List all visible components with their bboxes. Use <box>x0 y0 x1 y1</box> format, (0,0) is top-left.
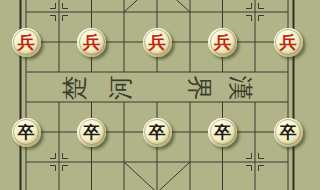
piece-character: 卒 <box>214 124 231 141</box>
piece-character: 兵 <box>149 34 166 51</box>
piece-red-soldier[interactable]: 兵 <box>12 28 41 57</box>
xiangqi-board: 楚 河 界 漢 兵兵兵兵兵卒卒卒卒卒 <box>0 0 320 190</box>
piece-red-soldier[interactable]: 兵 <box>143 28 172 57</box>
piece-character: 卒 <box>83 124 100 141</box>
piece-character: 卒 <box>149 124 166 141</box>
piece-black-soldier[interactable]: 卒 <box>274 118 303 147</box>
piece-character: 兵 <box>83 34 100 51</box>
piece-character: 卒 <box>18 124 35 141</box>
piece-red-soldier[interactable]: 兵 <box>77 28 106 57</box>
piece-red-soldier[interactable]: 兵 <box>274 28 303 57</box>
piece-character: 兵 <box>18 34 35 51</box>
piece-black-soldier[interactable]: 卒 <box>12 118 41 147</box>
piece-black-soldier[interactable]: 卒 <box>208 118 237 147</box>
piece-black-soldier[interactable]: 卒 <box>143 118 172 147</box>
piece-character: 卒 <box>280 124 297 141</box>
piece-black-soldier[interactable]: 卒 <box>77 118 106 147</box>
piece-character: 兵 <box>214 34 231 51</box>
piece-character: 兵 <box>280 34 297 51</box>
piece-red-soldier[interactable]: 兵 <box>208 28 237 57</box>
